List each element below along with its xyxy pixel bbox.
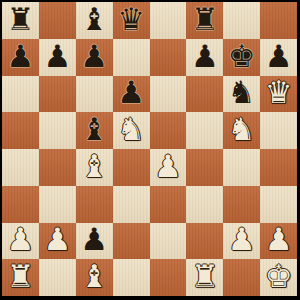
square-f8[interactable]: ♜ <box>186 2 223 39</box>
square-d4[interactable] <box>113 149 150 186</box>
square-h5[interactable] <box>260 112 297 149</box>
black-queen-piece: ♛ <box>117 4 145 35</box>
square-b1[interactable] <box>39 259 76 296</box>
square-g2[interactable]: ♟ <box>223 223 260 260</box>
black-bishop-piece: ♝ <box>80 114 108 145</box>
square-a4[interactable] <box>2 149 39 186</box>
square-f5[interactable] <box>186 112 223 149</box>
white-pawn-piece: ♟ <box>154 151 182 182</box>
black-pawn-piece: ♟ <box>117 77 145 108</box>
chess-board: ♜♝♛♜♟♟♟♟♚♟♟♞♛♝♞♞♝♟♟♟♟♟♟♜♝♜♚ <box>2 2 297 296</box>
white-knight-piece: ♞ <box>117 114 145 145</box>
white-pawn-piece: ♟ <box>7 224 35 255</box>
square-a2[interactable]: ♟ <box>2 223 39 260</box>
square-f6[interactable] <box>186 76 223 113</box>
white-pawn-piece: ♟ <box>43 224 71 255</box>
square-c2[interactable]: ♟ <box>76 223 113 260</box>
square-c4[interactable]: ♝ <box>76 149 113 186</box>
square-e7[interactable] <box>150 39 187 76</box>
square-c3[interactable] <box>76 186 113 223</box>
square-b5[interactable] <box>39 112 76 149</box>
square-c5[interactable]: ♝ <box>76 112 113 149</box>
black-bishop-piece: ♝ <box>80 4 108 35</box>
square-h2[interactable]: ♟ <box>260 223 297 260</box>
white-bishop-piece: ♝ <box>80 261 108 292</box>
square-g3[interactable] <box>223 186 260 223</box>
square-h3[interactable] <box>260 186 297 223</box>
white-queen-piece: ♛ <box>265 77 293 108</box>
square-a8[interactable]: ♜ <box>2 2 39 39</box>
black-rook-piece: ♜ <box>7 4 35 35</box>
white-pawn-piece: ♟ <box>228 224 256 255</box>
square-g8[interactable] <box>223 2 260 39</box>
white-rook-piece: ♜ <box>7 261 35 292</box>
white-pawn-piece: ♟ <box>265 224 293 255</box>
black-pawn-piece: ♟ <box>80 224 108 255</box>
square-e2[interactable] <box>150 223 187 260</box>
square-d2[interactable] <box>113 223 150 260</box>
black-pawn-piece: ♟ <box>191 41 219 72</box>
square-a3[interactable] <box>2 186 39 223</box>
square-h1[interactable]: ♚ <box>260 259 297 296</box>
square-f2[interactable] <box>186 223 223 260</box>
board-frame: ♜♝♛♜♟♟♟♟♚♟♟♞♛♝♞♞♝♟♟♟♟♟♟♜♝♜♚ <box>0 0 300 300</box>
square-f7[interactable]: ♟ <box>186 39 223 76</box>
square-b2[interactable]: ♟ <box>39 223 76 260</box>
square-g1[interactable] <box>223 259 260 296</box>
square-f3[interactable] <box>186 186 223 223</box>
black-knight-piece: ♞ <box>228 77 256 108</box>
black-rook-piece: ♜ <box>191 4 219 35</box>
black-pawn-piece: ♟ <box>265 41 293 72</box>
square-d3[interactable] <box>113 186 150 223</box>
square-d6[interactable]: ♟ <box>113 76 150 113</box>
square-h4[interactable] <box>260 149 297 186</box>
white-bishop-piece: ♝ <box>80 151 108 182</box>
square-a1[interactable]: ♜ <box>2 259 39 296</box>
square-g7[interactable]: ♚ <box>223 39 260 76</box>
square-d1[interactable] <box>113 259 150 296</box>
square-d7[interactable] <box>113 39 150 76</box>
square-e6[interactable] <box>150 76 187 113</box>
square-d8[interactable]: ♛ <box>113 2 150 39</box>
square-h6[interactable]: ♛ <box>260 76 297 113</box>
square-e1[interactable] <box>150 259 187 296</box>
square-b3[interactable] <box>39 186 76 223</box>
square-e4[interactable]: ♟ <box>150 149 187 186</box>
white-knight-piece: ♞ <box>228 114 256 145</box>
white-king-piece: ♚ <box>265 261 293 292</box>
square-h8[interactable] <box>260 2 297 39</box>
square-g6[interactable]: ♞ <box>223 76 260 113</box>
square-c6[interactable] <box>76 76 113 113</box>
square-b4[interactable] <box>39 149 76 186</box>
white-rook-piece: ♜ <box>191 261 219 292</box>
square-a7[interactable]: ♟ <box>2 39 39 76</box>
black-king-piece: ♚ <box>228 41 256 72</box>
square-c1[interactable]: ♝ <box>76 259 113 296</box>
black-pawn-piece: ♟ <box>43 41 71 72</box>
square-b7[interactable]: ♟ <box>39 39 76 76</box>
square-h7[interactable]: ♟ <box>260 39 297 76</box>
square-a6[interactable] <box>2 76 39 113</box>
square-e3[interactable] <box>150 186 187 223</box>
square-b8[interactable] <box>39 2 76 39</box>
black-pawn-piece: ♟ <box>80 41 108 72</box>
square-a5[interactable] <box>2 112 39 149</box>
black-pawn-piece: ♟ <box>7 41 35 72</box>
square-c8[interactable]: ♝ <box>76 2 113 39</box>
square-g5[interactable]: ♞ <box>223 112 260 149</box>
square-f1[interactable]: ♜ <box>186 259 223 296</box>
square-d5[interactable]: ♞ <box>113 112 150 149</box>
square-b6[interactable] <box>39 76 76 113</box>
square-f4[interactable] <box>186 149 223 186</box>
square-c7[interactable]: ♟ <box>76 39 113 76</box>
square-e8[interactable] <box>150 2 187 39</box>
square-g4[interactable] <box>223 149 260 186</box>
square-e5[interactable] <box>150 112 187 149</box>
